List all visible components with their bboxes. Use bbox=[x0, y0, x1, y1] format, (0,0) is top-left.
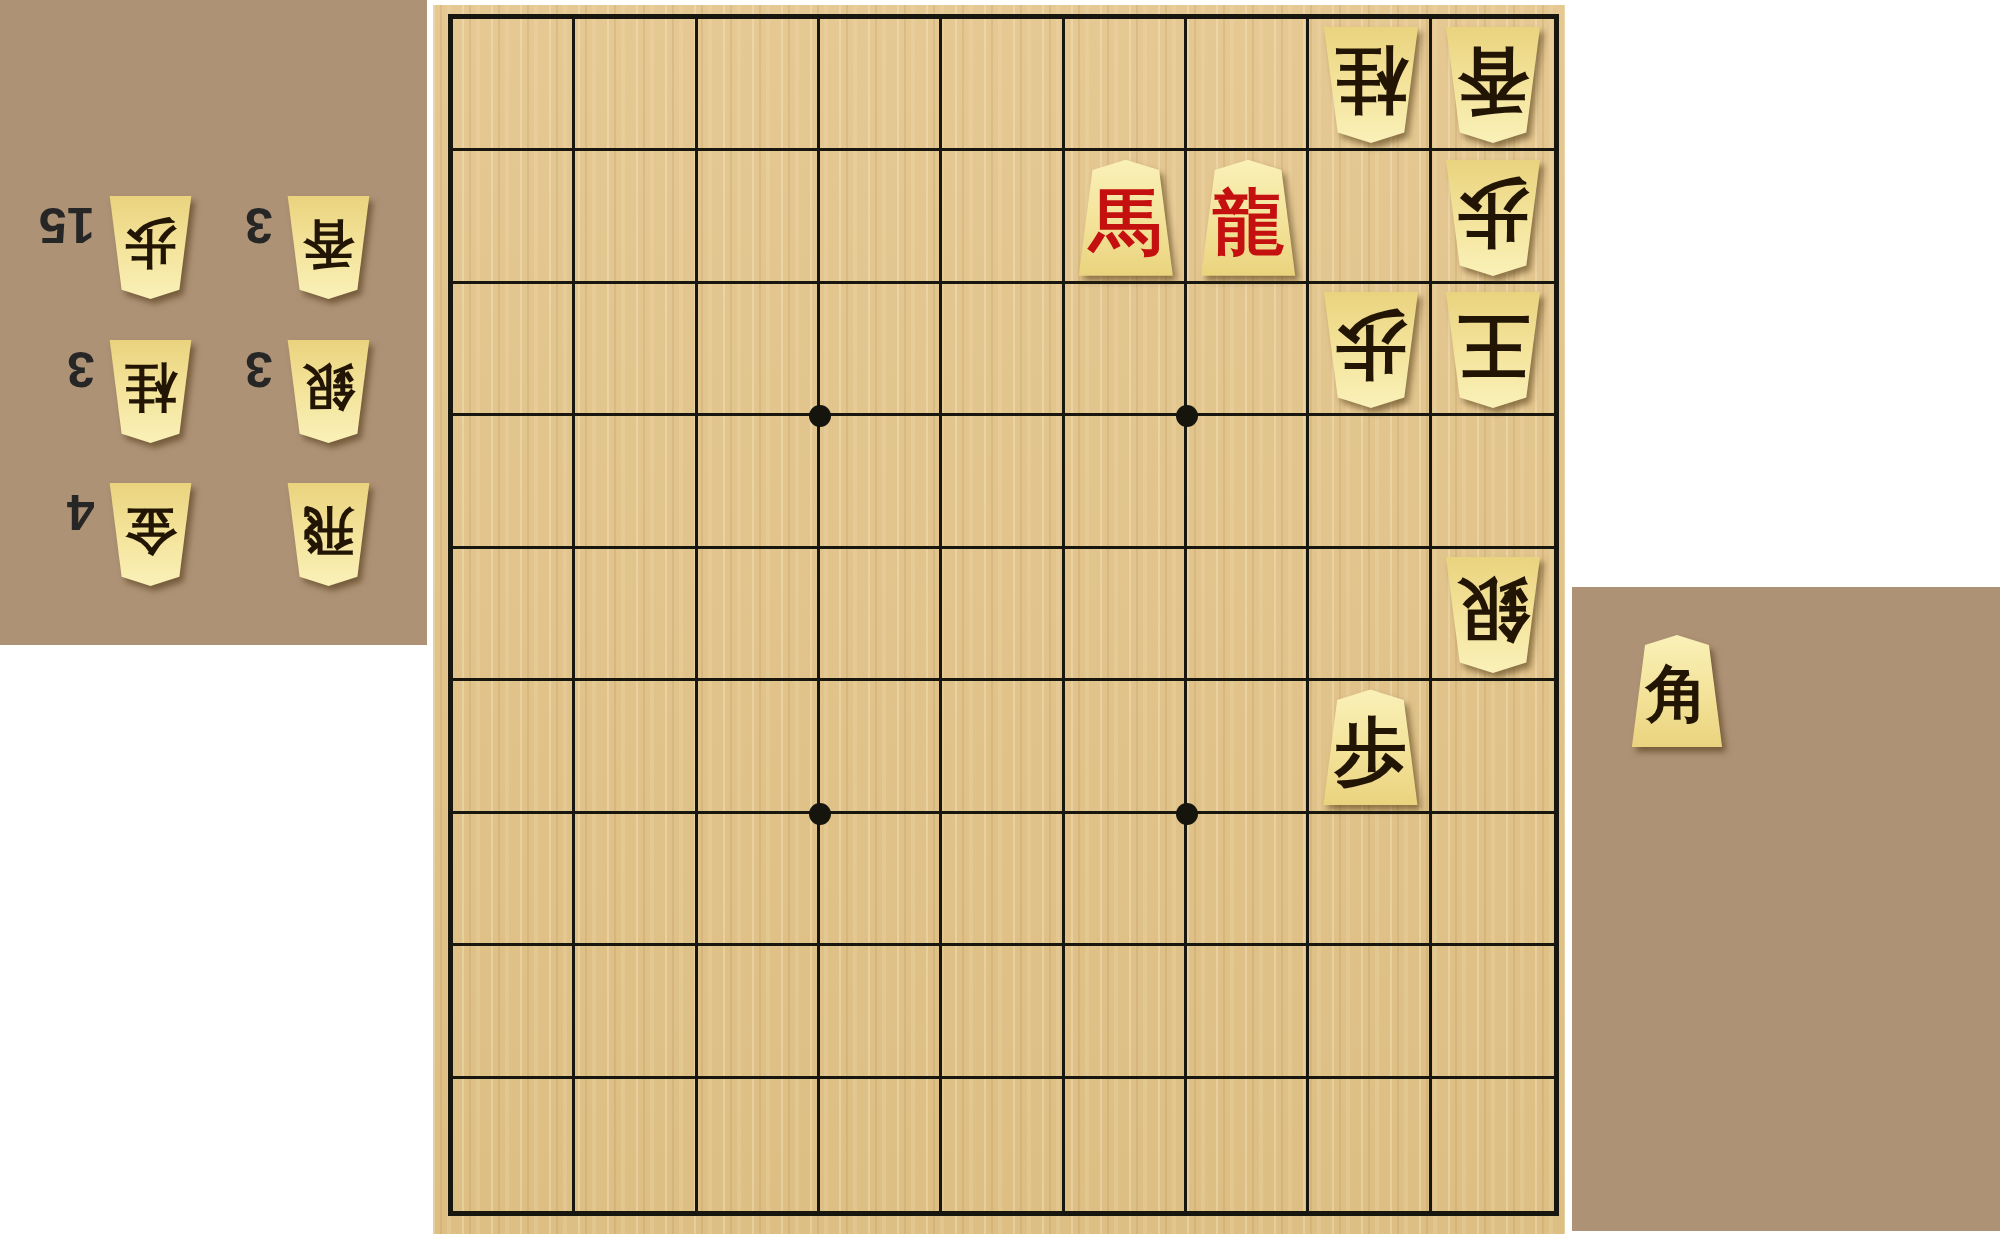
gote-hand-slot: 飛 bbox=[198, 483, 371, 595]
piece-kanji: 歩 bbox=[125, 219, 177, 271]
board-square[interactable] bbox=[1432, 681, 1554, 813]
board-square[interactable] bbox=[1309, 1079, 1431, 1211]
board-square[interactable] bbox=[1309, 946, 1431, 1078]
piece-body: 歩 bbox=[1322, 292, 1420, 408]
board-square[interactable] bbox=[1065, 946, 1187, 1078]
shogi-board: 桂香馬龍歩歩王銀歩 bbox=[433, 5, 1565, 1234]
hoshi-dot bbox=[809, 803, 831, 825]
board-square[interactable] bbox=[1432, 946, 1554, 1078]
piece-kanji: 香 bbox=[1457, 46, 1529, 118]
board-square[interactable] bbox=[1187, 284, 1309, 416]
board-square[interactable] bbox=[453, 549, 575, 681]
board-square[interactable] bbox=[942, 1079, 1064, 1211]
board-square[interactable] bbox=[453, 814, 575, 946]
piece-kanji: 香 bbox=[303, 219, 355, 271]
board-square[interactable] bbox=[1065, 416, 1187, 548]
board-square[interactable] bbox=[1065, 814, 1187, 946]
board-square[interactable] bbox=[1309, 814, 1431, 946]
board-square[interactable] bbox=[820, 549, 942, 681]
board-square[interactable] bbox=[698, 19, 820, 151]
piece-king-gote[interactable]: 王 bbox=[1444, 292, 1542, 408]
board-square[interactable] bbox=[820, 284, 942, 416]
board-square[interactable] bbox=[820, 1079, 942, 1211]
board-square[interactable] bbox=[575, 814, 697, 946]
piece-body: 王 bbox=[1444, 292, 1542, 408]
piece-kanji: 龍 bbox=[1212, 185, 1284, 257]
piece-lance-gote[interactable]: 香 bbox=[286, 196, 371, 299]
piece-promoted-rook-sente[interactable]: 龍 bbox=[1199, 160, 1297, 276]
board-square[interactable] bbox=[1065, 19, 1187, 151]
board-square[interactable] bbox=[1065, 284, 1187, 416]
board-square[interactable] bbox=[942, 151, 1064, 283]
piece-body: 桂 bbox=[108, 340, 193, 443]
board-square[interactable] bbox=[1432, 814, 1554, 946]
piece-body: 歩 bbox=[108, 196, 193, 299]
shogi-app: 15歩3香3桂3銀4金飛 桂香馬龍歩歩王銀歩 角 bbox=[0, 0, 2000, 1234]
hoshi-dot bbox=[1176, 803, 1198, 825]
piece-body: 金 bbox=[108, 483, 193, 586]
piece-promoted-bishop-sente[interactable]: 馬 bbox=[1077, 160, 1175, 276]
piece-body: 銀 bbox=[1444, 557, 1542, 673]
board-square[interactable] bbox=[1309, 151, 1431, 283]
piece-kanji: 金 bbox=[125, 506, 177, 558]
gote-hand-slot: 3桂 bbox=[20, 340, 193, 452]
piece-body: 龍 bbox=[1199, 160, 1297, 276]
piece-kanji: 桂 bbox=[1335, 46, 1407, 118]
piece-body: 銀 bbox=[286, 340, 371, 443]
piece-kanji: 歩 bbox=[1335, 715, 1407, 787]
board-square[interactable] bbox=[1187, 19, 1309, 151]
hand-count-label: 3 bbox=[245, 200, 273, 250]
board-square[interactable] bbox=[820, 814, 942, 946]
piece-rook-gote[interactable]: 飛 bbox=[286, 483, 371, 586]
board-square[interactable] bbox=[698, 814, 820, 946]
board-square[interactable] bbox=[942, 681, 1064, 813]
hand-count-label: 3 bbox=[67, 344, 95, 394]
piece-body: 角 bbox=[1630, 635, 1724, 747]
board-square[interactable] bbox=[453, 284, 575, 416]
piece-kanji: 飛 bbox=[303, 506, 355, 558]
board-square[interactable] bbox=[820, 151, 942, 283]
board-grid: 桂香馬龍歩歩王銀歩 bbox=[448, 14, 1559, 1216]
board-square[interactable] bbox=[1309, 416, 1431, 548]
board-square[interactable] bbox=[1187, 416, 1309, 548]
piece-kanji: 馬 bbox=[1090, 185, 1162, 257]
board-square[interactable] bbox=[698, 681, 820, 813]
piece-body: 桂 bbox=[1322, 27, 1420, 143]
board-square[interactable] bbox=[1187, 549, 1309, 681]
board-square[interactable] bbox=[942, 549, 1064, 681]
board-square[interactable] bbox=[1309, 549, 1431, 681]
board-square[interactable] bbox=[1432, 416, 1554, 548]
board-square[interactable] bbox=[698, 549, 820, 681]
gote-hand-slot: 15歩 bbox=[20, 196, 193, 308]
board-square[interactable] bbox=[453, 416, 575, 548]
board-square[interactable] bbox=[1187, 946, 1309, 1078]
gote-hand-slot: 3香 bbox=[198, 196, 371, 308]
board-square[interactable] bbox=[820, 946, 942, 1078]
board-square[interactable] bbox=[698, 151, 820, 283]
hand-count-label: 15 bbox=[39, 200, 95, 250]
piece-kanji: 銀 bbox=[303, 363, 355, 415]
piece-kanji: 銀 bbox=[1457, 575, 1529, 647]
piece-silver-gote[interactable]: 銀 bbox=[286, 340, 371, 443]
board-square[interactable] bbox=[575, 151, 697, 283]
piece-body: 馬 bbox=[1077, 160, 1175, 276]
board-square[interactable] bbox=[1065, 1079, 1187, 1211]
piece-pawn-sente[interactable]: 歩 bbox=[1322, 689, 1420, 805]
board-square[interactable] bbox=[1187, 681, 1309, 813]
board-square[interactable] bbox=[1187, 1079, 1309, 1211]
piece-knight-gote[interactable]: 桂 bbox=[1322, 27, 1420, 143]
board-square[interactable] bbox=[942, 19, 1064, 151]
board-square[interactable] bbox=[1065, 549, 1187, 681]
piece-body: 歩 bbox=[1322, 689, 1420, 805]
board-square[interactable] bbox=[1432, 1079, 1554, 1211]
board-square[interactable] bbox=[698, 1079, 820, 1211]
board-square[interactable] bbox=[575, 681, 697, 813]
piece-pawn-gote[interactable]: 歩 bbox=[1444, 160, 1542, 276]
board-square[interactable] bbox=[453, 1079, 575, 1211]
board-square[interactable] bbox=[575, 946, 697, 1078]
board-square[interactable] bbox=[575, 284, 697, 416]
piece-kanji: 王 bbox=[1457, 311, 1529, 383]
gote-captured-tray: 15歩3香3桂3銀4金飛 bbox=[0, 0, 427, 645]
piece-kanji: 桂 bbox=[125, 363, 177, 415]
board-square[interactable] bbox=[453, 19, 575, 151]
piece-kanji: 角 bbox=[1646, 663, 1708, 725]
piece-knight-gote[interactable]: 桂 bbox=[108, 340, 193, 443]
piece-pawn-gote[interactable]: 歩 bbox=[108, 196, 193, 299]
piece-body: 飛 bbox=[286, 483, 371, 586]
piece-bishop-sente[interactable]: 角 bbox=[1630, 635, 1724, 747]
board-square[interactable] bbox=[942, 284, 1064, 416]
piece-lance-gote[interactable]: 香 bbox=[1444, 27, 1542, 143]
board-square[interactable] bbox=[820, 416, 942, 548]
board-square[interactable] bbox=[453, 681, 575, 813]
piece-body: 香 bbox=[286, 196, 371, 299]
board-square[interactable] bbox=[698, 946, 820, 1078]
board-square[interactable] bbox=[575, 19, 697, 151]
board-square[interactable] bbox=[575, 1079, 697, 1211]
board-square[interactable] bbox=[575, 549, 697, 681]
gote-hand-slot: 4金 bbox=[20, 483, 193, 595]
piece-gold-gote[interactable]: 金 bbox=[108, 483, 193, 586]
board-square[interactable] bbox=[942, 946, 1064, 1078]
board-square[interactable] bbox=[575, 416, 697, 548]
sente-captured-tray: 角 bbox=[1572, 587, 2000, 1231]
piece-kanji: 歩 bbox=[1335, 311, 1407, 383]
hand-count-label: 3 bbox=[245, 344, 273, 394]
board-square[interactable] bbox=[942, 814, 1064, 946]
board-square[interactable] bbox=[698, 284, 820, 416]
piece-kanji: 歩 bbox=[1457, 178, 1529, 250]
board-square[interactable] bbox=[942, 416, 1064, 548]
board-square[interactable] bbox=[1187, 814, 1309, 946]
board-square[interactable] bbox=[1065, 681, 1187, 813]
piece-body: 歩 bbox=[1444, 160, 1542, 276]
board-square[interactable] bbox=[453, 946, 575, 1078]
board-square[interactable] bbox=[820, 19, 942, 151]
board-square[interactable] bbox=[820, 681, 942, 813]
piece-body: 香 bbox=[1444, 27, 1542, 143]
piece-silver-gote[interactable]: 銀 bbox=[1444, 557, 1542, 673]
board-square[interactable] bbox=[698, 416, 820, 548]
piece-pawn-gote[interactable]: 歩 bbox=[1322, 292, 1420, 408]
gote-hand-slot: 3銀 bbox=[198, 340, 371, 452]
hand-count-label: 4 bbox=[67, 487, 95, 537]
board-square[interactable] bbox=[453, 151, 575, 283]
